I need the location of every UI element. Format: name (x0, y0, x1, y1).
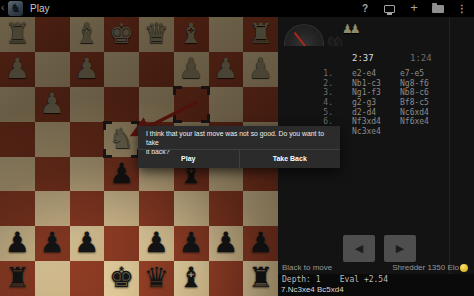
square-b7[interactable]: ♟ (209, 226, 244, 261)
status-row: Black to move Shredder 1350 Elo (282, 263, 470, 274)
piece-black-pawn: ♟ (35, 226, 70, 261)
piece-black-rook: ♜ (0, 261, 35, 296)
last-move-marker-e4 (103, 121, 140, 158)
help-icon[interactable]: ? (358, 0, 372, 17)
piece-black-pawn: ♟ (0, 226, 35, 261)
square-e1[interactable]: ♚ (104, 17, 139, 52)
captured-black-knights: ♞♞ (326, 34, 339, 49)
square-e3[interactable] (104, 87, 139, 122)
move-number: 5. (313, 108, 333, 118)
square-d6[interactable] (139, 191, 174, 226)
move-row[interactable]: 1.e2-e4e7-e5 (313, 69, 471, 79)
white-clock: 2:37 (352, 53, 374, 63)
square-d1[interactable]: ♛ (139, 17, 174, 52)
captured-white-pawns: ♟♟ (342, 22, 358, 36)
principal-variation-text: 7.Nc3xe4 Bc5xd4 (281, 285, 344, 294)
square-b2[interactable]: ♟ (209, 52, 244, 87)
square-g2[interactable] (35, 52, 70, 87)
move-number: 4. (313, 98, 333, 108)
black-move[interactable]: Nf6xe4 (400, 117, 429, 127)
move-forward-button[interactable]: ▶ (384, 235, 416, 262)
square-e6[interactable] (104, 191, 139, 226)
elo-ball-icon (460, 264, 468, 272)
piece-white-pawn: ♟ (0, 52, 35, 87)
piece-black-rook: ♜ (243, 261, 278, 296)
square-g4[interactable] (35, 122, 70, 157)
square-a3[interactable] (243, 87, 278, 122)
square-f8[interactable] (70, 261, 105, 296)
square-h2[interactable]: ♟ (0, 52, 35, 87)
square-e8[interactable]: ♚ (104, 261, 139, 296)
square-h1[interactable]: ♜ (0, 17, 35, 52)
move-row[interactable]: 5.d2-d4Nc6xd4 (313, 108, 471, 118)
square-d8[interactable]: ♛ (139, 261, 174, 296)
square-f4[interactable] (70, 122, 105, 157)
square-d7[interactable]: ♟ (139, 226, 174, 261)
move-number: 2. (313, 79, 333, 89)
engine-output-bar: Depth: 1 Eval +2.54 7.Nc3xe4 Bc5xd4 (278, 274, 474, 296)
piece-white-rook: ♜ (243, 17, 278, 52)
square-c8[interactable]: ♝ (174, 261, 209, 296)
square-e4[interactable]: ♞ (104, 122, 139, 157)
black-move[interactable]: Bf8-c5 (400, 98, 429, 108)
square-e7[interactable] (104, 226, 139, 261)
square-f2[interactable]: ♟ (70, 52, 105, 87)
evaluation-gauge (284, 24, 324, 46)
square-h6[interactable] (0, 191, 35, 226)
square-c7[interactable]: ♟ (174, 226, 209, 261)
square-g3[interactable]: ♟ (35, 87, 70, 122)
black-move[interactable]: Nc6xd4 (400, 108, 429, 118)
takeback-dialog: I think that your last move was not so g… (138, 126, 340, 168)
piece-black-bishop: ♝ (174, 261, 209, 296)
depth-eval-text: Depth: 1 Eval +2.54 (282, 275, 388, 284)
square-c2[interactable]: ♟ (174, 52, 209, 87)
square-d2[interactable] (139, 52, 174, 87)
black-move[interactable]: Ng8-f6 (400, 79, 429, 89)
gauge-needle (294, 32, 306, 47)
engine-strength-label: Shredder 1350 Elo (392, 263, 459, 272)
piece-black-queen: ♛ (139, 261, 174, 296)
piece-black-pawn: ♟ (70, 226, 105, 261)
white-move[interactable]: Nf3xd4 (352, 117, 381, 127)
piece-white-pawn: ♟ (174, 52, 209, 87)
square-g1[interactable] (35, 17, 70, 52)
play-button[interactable]: Play (138, 150, 239, 168)
square-c3[interactable] (174, 87, 209, 122)
square-h5[interactable] (0, 157, 35, 192)
square-g6[interactable] (35, 191, 70, 226)
piece-white-pawn: ♟ (243, 52, 278, 87)
square-g7[interactable]: ♟ (35, 226, 70, 261)
page-title: Play (30, 3, 49, 14)
piece-white-pawn: ♟ (209, 52, 244, 87)
square-a6[interactable] (243, 191, 278, 226)
square-a1[interactable]: ♜ (243, 17, 278, 52)
piece-white-queen: ♛ (139, 17, 174, 52)
white-move[interactable]: g2-g3 (352, 98, 376, 108)
square-g5[interactable] (35, 157, 70, 192)
shredder-chess-app: ‹ ♞ Play ? + ⋮ ♜♝♚♛♝♜♟♟♟♟♟♟♞♞♟♝♟♟♟♟♟♟♟♜♚… (0, 0, 474, 296)
panel-divider (449, 17, 450, 296)
flip-board-icon[interactable] (384, 5, 395, 13)
square-f1[interactable]: ♝ (70, 17, 105, 52)
app-logo-icon[interactable]: ♞ (8, 1, 23, 16)
back-icon[interactable]: ‹ (1, 2, 4, 13)
black-clock: 1:24 (410, 53, 432, 63)
square-h4[interactable] (0, 122, 35, 157)
square-h8[interactable]: ♜ (0, 261, 35, 296)
new-game-icon[interactable]: + (407, 0, 421, 17)
white-move[interactable]: Nb1-c3 (352, 79, 381, 89)
square-b1[interactable] (209, 17, 244, 52)
piece-white-king: ♚ (104, 17, 139, 52)
square-f3[interactable] (70, 87, 105, 122)
white-move[interactable]: Nc3xe4 (352, 127, 381, 137)
piece-black-king: ♚ (104, 261, 139, 296)
square-g8[interactable] (35, 261, 70, 296)
piece-white-knight: ♞ (104, 122, 139, 157)
piece-black-pawn: ♟ (243, 226, 278, 261)
white-move[interactable]: Ng1-f3 (352, 88, 381, 98)
piece-white-bishop: ♝ (70, 17, 105, 52)
square-b6[interactable] (209, 191, 244, 226)
square-c6[interactable] (174, 191, 209, 226)
square-f7[interactable]: ♟ (70, 226, 105, 261)
move-back-button[interactable]: ◀ (343, 235, 375, 262)
square-f6[interactable] (70, 191, 105, 226)
piece-black-pawn: ♟ (139, 226, 174, 261)
move-number: 3. (313, 88, 333, 98)
black-move[interactable]: e7-e5 (400, 69, 424, 79)
move-number: 1. (313, 69, 333, 79)
black-move[interactable]: Nb8-c6 (400, 88, 429, 98)
action-bar: ‹ ♞ Play ? + ⋮ (0, 0, 474, 17)
square-e5[interactable]: ♟ (104, 157, 139, 192)
overflow-menu-icon[interactable]: ⋮ (457, 0, 465, 17)
piece-black-pawn: ♟ (209, 226, 244, 261)
piece-white-pawn: ♟ (35, 87, 70, 122)
dialog-button-row: Play Take Back (138, 149, 340, 168)
piece-black-pawn: ♟ (174, 226, 209, 261)
piece-white-bishop: ♝ (174, 17, 209, 52)
square-b8[interactable] (209, 261, 244, 296)
take-back-button[interactable]: Take Back (239, 150, 341, 168)
move-row[interactable]: 3.Ng1-f3Nb8-c6 (313, 88, 471, 98)
move-row[interactable]: 4.g2-g3Bf8-c5 (313, 98, 471, 108)
square-a7[interactable]: ♟ (243, 226, 278, 261)
square-f5[interactable] (70, 157, 105, 192)
piece-white-pawn: ♟ (70, 52, 105, 87)
piece-white-rook: ♜ (0, 17, 35, 52)
piece-black-pawn: ♟ (104, 157, 139, 192)
move-row[interactable]: 2.Nb1-c3Ng8-f6 (313, 79, 471, 89)
square-h3[interactable] (0, 87, 35, 122)
square-c1[interactable]: ♝ (174, 17, 209, 52)
square-d3[interactable] (139, 87, 174, 122)
square-a8[interactable]: ♜ (243, 261, 278, 296)
white-move[interactable]: e2-e4 (352, 69, 376, 79)
turn-indicator: Black to move (282, 263, 332, 272)
last-move-marker-c3 (173, 86, 210, 123)
square-h7[interactable]: ♟ (0, 226, 35, 261)
white-move[interactable]: d2-d4 (352, 108, 376, 118)
load-game-icon[interactable] (432, 5, 444, 13)
square-e2[interactable] (104, 52, 139, 87)
square-a2[interactable]: ♟ (243, 52, 278, 87)
square-b3[interactable] (209, 87, 244, 122)
